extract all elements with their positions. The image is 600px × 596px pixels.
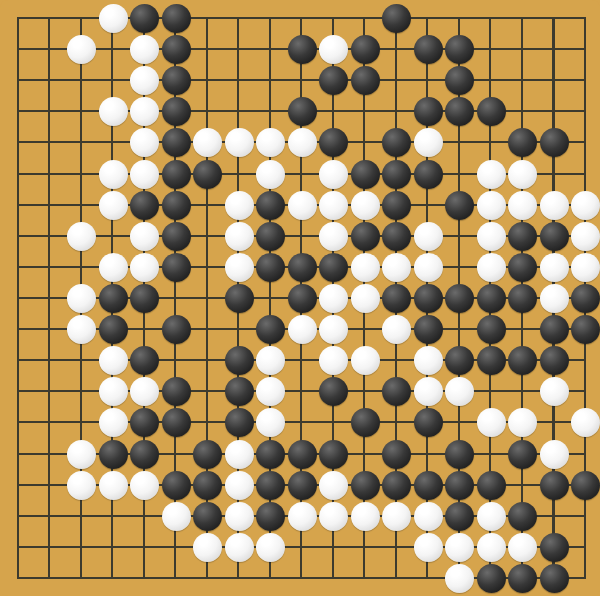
- black-stone[interactable]: [130, 408, 159, 437]
- black-stone[interactable]: [99, 315, 128, 344]
- black-stone[interactable]: [445, 97, 474, 126]
- black-stone[interactable]: [382, 222, 411, 251]
- black-stone[interactable]: [162, 377, 191, 406]
- white-stone[interactable]: [382, 253, 411, 282]
- black-stone[interactable]: [477, 315, 506, 344]
- black-stone[interactable]: [162, 315, 191, 344]
- white-stone[interactable]: [130, 66, 159, 95]
- white-stone[interactable]: [319, 346, 348, 375]
- black-stone[interactable]: [508, 440, 537, 469]
- black-stone[interactable]: [351, 66, 380, 95]
- white-stone[interactable]: [99, 471, 128, 500]
- white-stone[interactable]: [225, 253, 254, 282]
- white-stone[interactable]: [130, 377, 159, 406]
- black-stone[interactable]: [256, 191, 285, 220]
- white-stone[interactable]: [508, 160, 537, 189]
- white-stone[interactable]: [225, 128, 254, 157]
- black-stone[interactable]: [162, 160, 191, 189]
- white-stone[interactable]: [414, 346, 443, 375]
- white-stone[interactable]: [99, 160, 128, 189]
- black-stone[interactable]: [540, 222, 569, 251]
- white-stone[interactable]: [414, 128, 443, 157]
- white-stone[interactable]: [351, 253, 380, 282]
- black-stone[interactable]: [508, 284, 537, 313]
- black-stone[interactable]: [130, 4, 159, 33]
- black-stone[interactable]: [445, 35, 474, 64]
- white-stone[interactable]: [162, 502, 191, 531]
- black-stone[interactable]: [382, 284, 411, 313]
- black-stone[interactable]: [445, 440, 474, 469]
- white-stone[interactable]: [319, 222, 348, 251]
- white-stone[interactable]: [99, 346, 128, 375]
- white-stone[interactable]: [414, 222, 443, 251]
- white-stone[interactable]: [193, 533, 222, 562]
- white-stone[interactable]: [540, 253, 569, 282]
- black-stone[interactable]: [351, 471, 380, 500]
- black-stone[interactable]: [571, 284, 600, 313]
- black-stone[interactable]: [540, 128, 569, 157]
- white-stone[interactable]: [130, 97, 159, 126]
- black-stone[interactable]: [193, 440, 222, 469]
- white-stone[interactable]: [351, 284, 380, 313]
- white-stone[interactable]: [540, 377, 569, 406]
- white-stone[interactable]: [225, 502, 254, 531]
- black-stone[interactable]: [288, 35, 317, 64]
- white-stone[interactable]: [571, 222, 600, 251]
- black-stone[interactable]: [540, 564, 569, 593]
- black-stone[interactable]: [162, 35, 191, 64]
- white-stone[interactable]: [540, 440, 569, 469]
- white-stone[interactable]: [99, 253, 128, 282]
- black-stone[interactable]: [319, 66, 348, 95]
- white-stone[interactable]: [540, 191, 569, 220]
- white-stone[interactable]: [288, 128, 317, 157]
- white-stone[interactable]: [67, 315, 96, 344]
- black-stone[interactable]: [288, 284, 317, 313]
- white-stone[interactable]: [256, 377, 285, 406]
- white-stone[interactable]: [130, 35, 159, 64]
- white-stone[interactable]: [445, 564, 474, 593]
- black-stone[interactable]: [99, 284, 128, 313]
- white-stone[interactable]: [445, 533, 474, 562]
- black-stone[interactable]: [508, 222, 537, 251]
- black-stone[interactable]: [445, 66, 474, 95]
- black-stone[interactable]: [382, 160, 411, 189]
- black-stone[interactable]: [130, 346, 159, 375]
- black-stone[interactable]: [130, 191, 159, 220]
- white-stone[interactable]: [508, 533, 537, 562]
- black-stone[interactable]: [382, 377, 411, 406]
- white-stone[interactable]: [319, 35, 348, 64]
- black-stone[interactable]: [414, 160, 443, 189]
- white-stone[interactable]: [319, 471, 348, 500]
- black-stone[interactable]: [162, 408, 191, 437]
- white-stone[interactable]: [414, 502, 443, 531]
- white-stone[interactable]: [351, 502, 380, 531]
- black-stone[interactable]: [256, 222, 285, 251]
- white-stone[interactable]: [225, 440, 254, 469]
- black-stone[interactable]: [382, 440, 411, 469]
- black-stone[interactable]: [414, 408, 443, 437]
- black-stone[interactable]: [351, 35, 380, 64]
- black-stone[interactable]: [540, 533, 569, 562]
- black-stone[interactable]: [414, 35, 443, 64]
- black-stone[interactable]: [445, 502, 474, 531]
- white-stone[interactable]: [193, 128, 222, 157]
- white-stone[interactable]: [477, 191, 506, 220]
- black-stone[interactable]: [162, 191, 191, 220]
- black-stone[interactable]: [477, 564, 506, 593]
- white-stone[interactable]: [130, 222, 159, 251]
- black-stone[interactable]: [193, 502, 222, 531]
- white-stone[interactable]: [99, 408, 128, 437]
- black-stone[interactable]: [382, 4, 411, 33]
- black-stone[interactable]: [225, 377, 254, 406]
- black-stone[interactable]: [414, 284, 443, 313]
- white-stone[interactable]: [67, 35, 96, 64]
- white-stone[interactable]: [288, 191, 317, 220]
- white-stone[interactable]: [571, 253, 600, 282]
- white-stone[interactable]: [319, 502, 348, 531]
- black-stone[interactable]: [256, 315, 285, 344]
- black-stone[interactable]: [445, 346, 474, 375]
- white-stone[interactable]: [288, 502, 317, 531]
- white-stone[interactable]: [99, 4, 128, 33]
- black-stone[interactable]: [540, 471, 569, 500]
- white-stone[interactable]: [288, 315, 317, 344]
- black-stone[interactable]: [508, 502, 537, 531]
- white-stone[interactable]: [256, 128, 285, 157]
- white-stone[interactable]: [67, 284, 96, 313]
- white-stone[interactable]: [319, 284, 348, 313]
- white-stone[interactable]: [67, 222, 96, 251]
- black-stone[interactable]: [225, 284, 254, 313]
- black-stone[interactable]: [130, 440, 159, 469]
- black-stone[interactable]: [288, 471, 317, 500]
- black-stone[interactable]: [193, 160, 222, 189]
- black-stone[interactable]: [162, 471, 191, 500]
- black-stone[interactable]: [225, 346, 254, 375]
- white-stone[interactable]: [256, 346, 285, 375]
- black-stone[interactable]: [319, 377, 348, 406]
- black-stone[interactable]: [162, 4, 191, 33]
- black-stone[interactable]: [288, 440, 317, 469]
- black-stone[interactable]: [477, 284, 506, 313]
- white-stone[interactable]: [414, 253, 443, 282]
- white-stone[interactable]: [67, 440, 96, 469]
- white-stone[interactable]: [477, 533, 506, 562]
- white-stone[interactable]: [225, 191, 254, 220]
- white-stone[interactable]: [571, 408, 600, 437]
- white-stone[interactable]: [256, 408, 285, 437]
- go-board: [0, 0, 600, 596]
- white-stone[interactable]: [319, 191, 348, 220]
- black-stone[interactable]: [477, 471, 506, 500]
- white-stone[interactable]: [414, 377, 443, 406]
- black-stone[interactable]: [540, 315, 569, 344]
- white-stone[interactable]: [225, 471, 254, 500]
- black-stone[interactable]: [382, 471, 411, 500]
- white-stone[interactable]: [477, 502, 506, 531]
- white-stone[interactable]: [508, 191, 537, 220]
- black-stone[interactable]: [540, 346, 569, 375]
- white-stone[interactable]: [319, 315, 348, 344]
- black-stone[interactable]: [162, 128, 191, 157]
- white-stone[interactable]: [477, 160, 506, 189]
- black-stone[interactable]: [571, 471, 600, 500]
- white-stone[interactable]: [130, 128, 159, 157]
- white-stone[interactable]: [445, 377, 474, 406]
- black-stone[interactable]: [256, 440, 285, 469]
- white-stone[interactable]: [99, 191, 128, 220]
- black-stone[interactable]: [508, 253, 537, 282]
- white-stone[interactable]: [130, 253, 159, 282]
- white-stone[interactable]: [351, 191, 380, 220]
- white-stone[interactable]: [540, 284, 569, 313]
- white-stone[interactable]: [351, 346, 380, 375]
- black-stone[interactable]: [508, 346, 537, 375]
- black-stone[interactable]: [225, 408, 254, 437]
- white-stone[interactable]: [67, 471, 96, 500]
- white-stone[interactable]: [477, 253, 506, 282]
- black-stone[interactable]: [351, 222, 380, 251]
- black-stone[interactable]: [319, 128, 348, 157]
- white-stone[interactable]: [130, 160, 159, 189]
- black-stone[interactable]: [414, 471, 443, 500]
- white-stone[interactable]: [477, 222, 506, 251]
- black-stone[interactable]: [288, 253, 317, 282]
- white-stone[interactable]: [571, 191, 600, 220]
- black-stone[interactable]: [162, 222, 191, 251]
- white-stone[interactable]: [256, 160, 285, 189]
- white-stone[interactable]: [225, 222, 254, 251]
- black-stone[interactable]: [193, 471, 222, 500]
- black-stone[interactable]: [256, 502, 285, 531]
- white-stone[interactable]: [225, 533, 254, 562]
- black-stone[interactable]: [319, 440, 348, 469]
- black-stone[interactable]: [414, 97, 443, 126]
- black-stone[interactable]: [256, 253, 285, 282]
- white-stone[interactable]: [477, 408, 506, 437]
- white-stone[interactable]: [382, 502, 411, 531]
- black-stone[interactable]: [130, 284, 159, 313]
- black-stone[interactable]: [256, 471, 285, 500]
- black-stone[interactable]: [319, 253, 348, 282]
- black-stone[interactable]: [382, 128, 411, 157]
- black-stone[interactable]: [382, 191, 411, 220]
- black-stone[interactable]: [445, 284, 474, 313]
- white-stone[interactable]: [319, 160, 348, 189]
- white-stone[interactable]: [99, 97, 128, 126]
- white-stone[interactable]: [99, 377, 128, 406]
- black-stone[interactable]: [508, 564, 537, 593]
- white-stone[interactable]: [382, 315, 411, 344]
- black-stone[interactable]: [445, 191, 474, 220]
- black-stone[interactable]: [351, 408, 380, 437]
- black-stone[interactable]: [477, 97, 506, 126]
- black-stone[interactable]: [162, 66, 191, 95]
- black-stone[interactable]: [162, 253, 191, 282]
- black-stone[interactable]: [162, 97, 191, 126]
- white-stone[interactable]: [130, 471, 159, 500]
- black-stone[interactable]: [99, 440, 128, 469]
- white-stone[interactable]: [508, 408, 537, 437]
- black-stone[interactable]: [351, 160, 380, 189]
- stones-grid[interactable]: [3, 3, 600, 594]
- black-stone[interactable]: [414, 315, 443, 344]
- white-stone[interactable]: [256, 533, 285, 562]
- black-stone[interactable]: [477, 346, 506, 375]
- black-stone[interactable]: [445, 471, 474, 500]
- black-stone[interactable]: [508, 128, 537, 157]
- black-stone[interactable]: [571, 315, 600, 344]
- black-stone[interactable]: [288, 97, 317, 126]
- white-stone[interactable]: [414, 533, 443, 562]
